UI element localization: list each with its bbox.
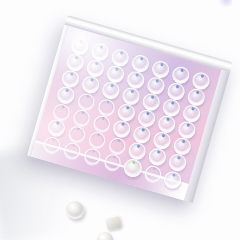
empty-hole[interactable] bbox=[102, 152, 122, 172]
empty-hole[interactable] bbox=[143, 164, 163, 184]
background-object bbox=[218, 0, 232, 8]
loose-clear-marble-partial[interactable] bbox=[97, 232, 113, 240]
clear-marble[interactable]: ○ bbox=[162, 169, 183, 190]
empty-hole[interactable] bbox=[62, 141, 82, 161]
empty-hole[interactable] bbox=[82, 146, 102, 166]
empty-hole[interactable] bbox=[42, 135, 62, 155]
loose-clear-marble[interactable]: ○ bbox=[66, 201, 84, 219]
loose-frosted-cube[interactable] bbox=[105, 215, 122, 231]
photo-scene: ○○○○○○○○○○○○○○○○○○○○○○○○○○○○○○○○○○○○ ○ bbox=[0, 0, 240, 240]
